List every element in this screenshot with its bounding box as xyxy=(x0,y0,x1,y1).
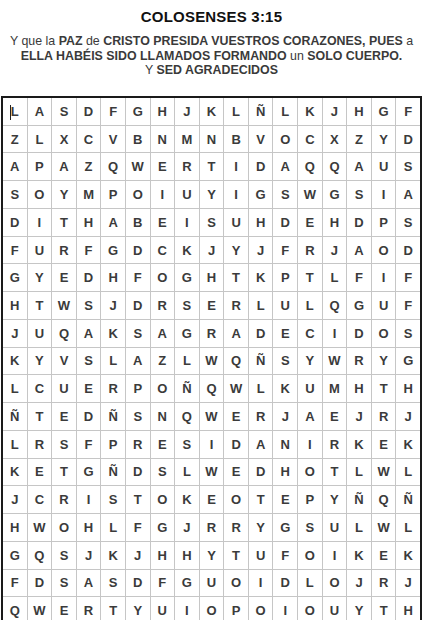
grid-cell-r6c1[interactable]: F xyxy=(3,237,27,264)
grid-cell-r19c6[interactable]: Y xyxy=(126,597,150,620)
grid-cell-r2c15[interactable]: Z xyxy=(347,126,371,153)
grid-cell-r9c16[interactable]: O xyxy=(372,320,396,347)
grid-cell-r5c5[interactable]: A xyxy=(101,209,125,236)
grid-cell-r17c13[interactable]: O xyxy=(298,542,322,569)
grid-cell-r19c3[interactable]: E xyxy=(52,597,76,620)
grid-cell-r5c10[interactable]: U xyxy=(224,209,248,236)
grid-cell-r11c1[interactable]: L xyxy=(3,375,27,402)
grid-cell-r19c15[interactable]: Y xyxy=(347,597,371,620)
grid-cell-r18c4[interactable]: A xyxy=(77,570,101,597)
grid-cell-r12c15[interactable]: J xyxy=(347,403,371,430)
grid-cell-r2c9[interactable]: N xyxy=(200,126,224,153)
grid-cell-r8c16[interactable]: U xyxy=(372,292,396,319)
grid-cell-r5c4[interactable]: H xyxy=(77,209,101,236)
grid-cell-r19c14[interactable]: U xyxy=(323,597,347,620)
grid-cell-r17c5[interactable]: K xyxy=(101,542,125,569)
grid-cell-r10c15[interactable]: R xyxy=(347,348,371,375)
grid-cell-r18c12[interactable]: D xyxy=(273,570,297,597)
grid-cell-r4c11[interactable]: G xyxy=(249,181,273,208)
grid-cell-r9c1[interactable]: J xyxy=(3,320,27,347)
grid-cell-r2c17[interactable]: D xyxy=(396,126,420,153)
grid-cell-r3c16[interactable]: U xyxy=(372,153,396,180)
grid-cell-r13c9[interactable]: I xyxy=(200,431,224,458)
grid-cell-r1c9[interactable]: K xyxy=(200,98,224,125)
grid-cell-r6c15[interactable]: A xyxy=(347,237,371,264)
grid-cell-r16c2[interactable]: W xyxy=(28,514,52,541)
grid-cell-r5c1[interactable]: D xyxy=(3,209,27,236)
grid-cell-r1c5[interactable]: F xyxy=(101,98,125,125)
grid-cell-r2c6[interactable]: B xyxy=(126,126,150,153)
grid-cell-r13c3[interactable]: S xyxy=(52,431,76,458)
grid-cell-r4c15[interactable]: S xyxy=(347,181,371,208)
grid-cell-r14c11[interactable]: D xyxy=(249,459,273,486)
grid-cell-r11c17[interactable]: H xyxy=(396,375,420,402)
grid-cell-r7c5[interactable]: H xyxy=(101,264,125,291)
grid-cell-r4c13[interactable]: W xyxy=(298,181,322,208)
grid-cell-r11c5[interactable]: R xyxy=(101,375,125,402)
grid-cell-r2c16[interactable]: Y xyxy=(372,126,396,153)
grid-cell-r14c14[interactable]: T xyxy=(323,459,347,486)
grid-cell-r9c5[interactable]: K xyxy=(101,320,125,347)
grid-cell-r3c11[interactable]: D xyxy=(249,153,273,180)
grid-cell-r17c17[interactable]: K xyxy=(396,542,420,569)
grid-cell-r4c2[interactable]: O xyxy=(28,181,52,208)
grid-cell-r2c7[interactable]: N xyxy=(151,126,175,153)
grid-cell-r4c8[interactable]: U xyxy=(175,181,199,208)
grid-cell-r15c14[interactable]: Y xyxy=(323,486,347,513)
grid-cell-r9c15[interactable]: D xyxy=(347,320,371,347)
grid-cell-r13c16[interactable]: E xyxy=(372,431,396,458)
grid-cell-r5c2[interactable]: I xyxy=(28,209,52,236)
grid-cell-r17c14[interactable]: I xyxy=(323,542,347,569)
grid-cell-r19c11[interactable]: O xyxy=(249,597,273,620)
grid-cell-r2c1[interactable]: Z xyxy=(3,126,27,153)
grid-cell-r1c11[interactable]: Ñ xyxy=(249,98,273,125)
grid-cell-r13c7[interactable]: E xyxy=(151,431,175,458)
grid-cell-r13c8[interactable]: S xyxy=(175,431,199,458)
grid-cell-r3c17[interactable]: S xyxy=(396,153,420,180)
grid-cell-r16c11[interactable]: Y xyxy=(249,514,273,541)
grid-cell-r3c13[interactable]: Q xyxy=(298,153,322,180)
grid-cell-r7c8[interactable]: G xyxy=(175,264,199,291)
grid-cell-r13c6[interactable]: R xyxy=(126,431,150,458)
grid-cell-r17c4[interactable]: J xyxy=(77,542,101,569)
grid-cell-r6c14[interactable]: J xyxy=(323,237,347,264)
grid-cell-r6c17[interactable]: D xyxy=(396,237,420,264)
grid-cell-r12c1[interactable]: Ñ xyxy=(3,403,27,430)
grid-cell-r6c4[interactable]: F xyxy=(77,237,101,264)
grid-cell-r7c13[interactable]: T xyxy=(298,264,322,291)
grid-cell-r1c1[interactable]: L xyxy=(3,98,27,125)
grid-cell-r11c3[interactable]: U xyxy=(52,375,76,402)
grid-cell-r18c16[interactable]: R xyxy=(372,570,396,597)
grid-cell-r15c6[interactable]: T xyxy=(126,486,150,513)
grid-cell-r12c17[interactable]: J xyxy=(396,403,420,430)
grid-cell-r2c12[interactable]: O xyxy=(273,126,297,153)
grid-cell-r7c2[interactable]: Y xyxy=(28,264,52,291)
grid-cell-r14c12[interactable]: H xyxy=(273,459,297,486)
grid-cell-r11c15[interactable]: H xyxy=(347,375,371,402)
grid-cell-r6c9[interactable]: J xyxy=(200,237,224,264)
grid-cell-r9c2[interactable]: U xyxy=(28,320,52,347)
grid-cell-r15c17[interactable]: Ñ xyxy=(396,486,420,513)
grid-cell-r7c14[interactable]: L xyxy=(323,264,347,291)
grid-cell-r17c15[interactable]: K xyxy=(347,542,371,569)
grid-cell-r15c5[interactable]: S xyxy=(101,486,125,513)
grid-cell-r15c4[interactable]: I xyxy=(77,486,101,513)
grid-cell-r19c17[interactable]: H xyxy=(396,597,420,620)
grid-cell-r3c1[interactable]: A xyxy=(3,153,27,180)
grid-cell-r10c7[interactable]: Z xyxy=(151,348,175,375)
grid-cell-r3c14[interactable]: Q xyxy=(323,153,347,180)
grid-cell-r1c12[interactable]: L xyxy=(273,98,297,125)
grid-cell-r3c5[interactable]: Q xyxy=(101,153,125,180)
grid-cell-r1c14[interactable]: J xyxy=(323,98,347,125)
grid-cell-r1c16[interactable]: G xyxy=(372,98,396,125)
grid-cell-r11c9[interactable]: Q xyxy=(200,375,224,402)
grid-cell-r19c13[interactable]: O xyxy=(298,597,322,620)
grid-cell-r2c3[interactable]: X xyxy=(52,126,76,153)
grid-cell-r19c9[interactable]: O xyxy=(200,597,224,620)
grid-cell-r16c7[interactable]: G xyxy=(151,514,175,541)
grid-cell-r14c10[interactable]: E xyxy=(224,459,248,486)
grid-cell-r5c16[interactable]: P xyxy=(372,209,396,236)
grid-cell-r16c1[interactable]: H xyxy=(3,514,27,541)
grid-cell-r7c17[interactable]: F xyxy=(396,264,420,291)
grid-cell-r12c2[interactable]: T xyxy=(28,403,52,430)
grid-cell-r16c10[interactable]: R xyxy=(224,514,248,541)
grid-cell-r19c8[interactable]: I xyxy=(175,597,199,620)
grid-cell-r11c2[interactable]: C xyxy=(28,375,52,402)
grid-cell-r4c17[interactable]: A xyxy=(396,181,420,208)
grid-cell-r13c2[interactable]: R xyxy=(28,431,52,458)
grid-cell-r16c6[interactable]: F xyxy=(126,514,150,541)
grid-cell-r15c9[interactable]: E xyxy=(200,486,224,513)
grid-cell-r2c2[interactable]: L xyxy=(28,126,52,153)
grid-cell-r17c10[interactable]: T xyxy=(224,542,248,569)
grid-cell-r7c1[interactable]: G xyxy=(3,264,27,291)
grid-cell-r7c15[interactable]: F xyxy=(347,264,371,291)
grid-cell-r13c13[interactable]: I xyxy=(298,431,322,458)
grid-cell-r5c7[interactable]: E xyxy=(151,209,175,236)
grid-cell-r1c7[interactable]: H xyxy=(151,98,175,125)
grid-cell-r3c3[interactable]: A xyxy=(52,153,76,180)
grid-cell-r13c15[interactable]: K xyxy=(347,431,371,458)
grid-cell-r7c4[interactable]: D xyxy=(77,264,101,291)
grid-cell-r18c3[interactable]: S xyxy=(52,570,76,597)
grid-cell-r4c12[interactable]: S xyxy=(273,181,297,208)
grid-cell-r3c4[interactable]: Z xyxy=(77,153,101,180)
grid-cell-r14c6[interactable]: D xyxy=(126,459,150,486)
grid-cell-r11c14[interactable]: M xyxy=(323,375,347,402)
grid-cell-r6c5[interactable]: G xyxy=(101,237,125,264)
grid-cell-r18c2[interactable]: D xyxy=(28,570,52,597)
grid-cell-r4c16[interactable]: I xyxy=(372,181,396,208)
grid-cell-r7c6[interactable]: F xyxy=(126,264,150,291)
grid-cell-r14c16[interactable]: W xyxy=(372,459,396,486)
grid-cell-r1c13[interactable]: K xyxy=(298,98,322,125)
grid-cell-r19c10[interactable]: P xyxy=(224,597,248,620)
grid-cell-r9c10[interactable]: A xyxy=(224,320,248,347)
grid-cell-r6c2[interactable]: U xyxy=(28,237,52,264)
grid-cell-r2c10[interactable]: B xyxy=(224,126,248,153)
grid-cell-r18c8[interactable]: G xyxy=(175,570,199,597)
grid-cell-r15c10[interactable]: O xyxy=(224,486,248,513)
grid-cell-r2c4[interactable]: C xyxy=(77,126,101,153)
grid-cell-r6c3[interactable]: R xyxy=(52,237,76,264)
grid-cell-r6c8[interactable]: K xyxy=(175,237,199,264)
grid-cell-r12c16[interactable]: R xyxy=(372,403,396,430)
grid-cell-r10c4[interactable]: S xyxy=(77,348,101,375)
grid-cell-r16c4[interactable]: H xyxy=(77,514,101,541)
grid-cell-r17c2[interactable]: Q xyxy=(28,542,52,569)
grid-cell-r8c12[interactable]: U xyxy=(273,292,297,319)
grid-cell-r9c3[interactable]: Q xyxy=(52,320,76,347)
grid-cell-r15c16[interactable]: Q xyxy=(372,486,396,513)
grid-cell-r3c8[interactable]: R xyxy=(175,153,199,180)
grid-cell-r16c12[interactable]: G xyxy=(273,514,297,541)
grid-cell-r8c6[interactable]: D xyxy=(126,292,150,319)
grid-cell-r5c8[interactable]: I xyxy=(175,209,199,236)
grid-cell-r16c3[interactable]: O xyxy=(52,514,76,541)
grid-cell-r14c3[interactable]: T xyxy=(52,459,76,486)
grid-cell-r18c14[interactable]: O xyxy=(323,570,347,597)
grid-cell-r15c7[interactable]: O xyxy=(151,486,175,513)
grid-cell-r13c12[interactable]: N xyxy=(273,431,297,458)
grid-cell-r11c7[interactable]: O xyxy=(151,375,175,402)
grid-cell-r17c1[interactable]: G xyxy=(3,542,27,569)
grid-cell-r10c12[interactable]: S xyxy=(273,348,297,375)
grid-cell-r16c9[interactable]: R xyxy=(200,514,224,541)
grid-cell-r15c8[interactable]: K xyxy=(175,486,199,513)
grid-cell-r1c10[interactable]: L xyxy=(224,98,248,125)
grid-cell-r8c1[interactable]: H xyxy=(3,292,27,319)
grid-cell-r16c14[interactable]: U xyxy=(323,514,347,541)
grid-cell-r8c4[interactable]: S xyxy=(77,292,101,319)
grid-cell-r7c7[interactable]: O xyxy=(151,264,175,291)
grid-cell-r10c17[interactable]: G xyxy=(396,348,420,375)
grid-cell-r16c8[interactable]: J xyxy=(175,514,199,541)
grid-cell-r3c10[interactable]: I xyxy=(224,153,248,180)
grid-cell-r17c3[interactable]: S xyxy=(52,542,76,569)
grid-cell-r18c1[interactable]: F xyxy=(3,570,27,597)
grid-cell-r8c2[interactable]: T xyxy=(28,292,52,319)
grid-cell-r8c3[interactable]: W xyxy=(52,292,76,319)
grid-cell-r1c3[interactable]: S xyxy=(52,98,76,125)
grid-cell-r2c8[interactable]: M xyxy=(175,126,199,153)
grid-cell-r3c7[interactable]: E xyxy=(151,153,175,180)
grid-cell-r5c12[interactable]: D xyxy=(273,209,297,236)
grid-cell-r13c11[interactable]: A xyxy=(249,431,273,458)
grid-cell-r15c15[interactable]: Ñ xyxy=(347,486,371,513)
grid-cell-r18c15[interactable]: J xyxy=(347,570,371,597)
grid-cell-r4c1[interactable]: S xyxy=(3,181,27,208)
grid-cell-r10c6[interactable]: A xyxy=(126,348,150,375)
grid-cell-r19c7[interactable]: U xyxy=(151,597,175,620)
grid-cell-r5c15[interactable]: D xyxy=(347,209,371,236)
grid-cell-r8c11[interactable]: L xyxy=(249,292,273,319)
grid-cell-r12c3[interactable]: E xyxy=(52,403,76,430)
grid-cell-r15c2[interactable]: C xyxy=(28,486,52,513)
grid-cell-r4c3[interactable]: Y xyxy=(52,181,76,208)
grid-cell-r9c13[interactable]: C xyxy=(298,320,322,347)
grid-cell-r2c13[interactable]: C xyxy=(298,126,322,153)
grid-cell-r9c17[interactable]: S xyxy=(396,320,420,347)
grid-cell-r13c10[interactable]: D xyxy=(224,431,248,458)
grid-cell-r12c10[interactable]: E xyxy=(224,403,248,430)
grid-cell-r19c2[interactable]: W xyxy=(28,597,52,620)
grid-cell-r19c12[interactable]: I xyxy=(273,597,297,620)
grid-cell-r14c15[interactable]: L xyxy=(347,459,371,486)
grid-cell-r6c12[interactable]: F xyxy=(273,237,297,264)
grid-cell-r18c5[interactable]: S xyxy=(101,570,125,597)
grid-cell-r9c6[interactable]: S xyxy=(126,320,150,347)
grid-cell-r4c6[interactable]: O xyxy=(126,181,150,208)
grid-cell-r3c6[interactable]: W xyxy=(126,153,150,180)
grid-cell-r9c11[interactable]: D xyxy=(249,320,273,347)
grid-cell-r5c17[interactable]: S xyxy=(396,209,420,236)
grid-cell-r1c8[interactable]: J xyxy=(175,98,199,125)
grid-cell-r7c12[interactable]: P xyxy=(273,264,297,291)
grid-cell-r14c7[interactable]: S xyxy=(151,459,175,486)
grid-cell-r7c11[interactable]: K xyxy=(249,264,273,291)
grid-cell-r10c3[interactable]: V xyxy=(52,348,76,375)
grid-cell-r6c7[interactable]: C xyxy=(151,237,175,264)
grid-cell-r4c10[interactable]: I xyxy=(224,181,248,208)
grid-cell-r10c13[interactable]: Y xyxy=(298,348,322,375)
grid-cell-r17c12[interactable]: F xyxy=(273,542,297,569)
grid-cell-r17c7[interactable]: H xyxy=(151,542,175,569)
grid-cell-r8c10[interactable]: R xyxy=(224,292,248,319)
grid-cell-r19c16[interactable]: T xyxy=(372,597,396,620)
grid-cell-r9c7[interactable]: A xyxy=(151,320,175,347)
grid-cell-r17c8[interactable]: H xyxy=(175,542,199,569)
grid-cell-r14c1[interactable]: K xyxy=(3,459,27,486)
grid-cell-r1c2[interactable]: A xyxy=(28,98,52,125)
grid-cell-r4c5[interactable]: P xyxy=(101,181,125,208)
grid-cell-r8c13[interactable]: L xyxy=(298,292,322,319)
grid-cell-r11c12[interactable]: K xyxy=(273,375,297,402)
grid-cell-r15c3[interactable]: R xyxy=(52,486,76,513)
grid-cell-r13c14[interactable]: R xyxy=(323,431,347,458)
grid-cell-r14c17[interactable]: L xyxy=(396,459,420,486)
grid-cell-r5c9[interactable]: S xyxy=(200,209,224,236)
grid-cell-r12c6[interactable]: S xyxy=(126,403,150,430)
grid-cell-r11c6[interactable]: P xyxy=(126,375,150,402)
grid-cell-r8c14[interactable]: Q xyxy=(323,292,347,319)
grid-cell-r13c17[interactable]: K xyxy=(396,431,420,458)
grid-cell-r10c10[interactable]: Q xyxy=(224,348,248,375)
grid-cell-r2c14[interactable]: X xyxy=(323,126,347,153)
grid-cell-r2c11[interactable]: V xyxy=(249,126,273,153)
grid-cell-r12c5[interactable]: Ñ xyxy=(101,403,125,430)
grid-cell-r7c10[interactable]: T xyxy=(224,264,248,291)
grid-cell-r12c8[interactable]: Q xyxy=(175,403,199,430)
grid-cell-r8c17[interactable]: F xyxy=(396,292,420,319)
grid-cell-r10c5[interactable]: L xyxy=(101,348,125,375)
grid-cell-r18c13[interactable]: L xyxy=(298,570,322,597)
grid-cell-r2c5[interactable]: V xyxy=(101,126,125,153)
grid-cell-r14c2[interactable]: E xyxy=(28,459,52,486)
grid-cell-r9c4[interactable]: A xyxy=(77,320,101,347)
grid-cell-r5c14[interactable]: H xyxy=(323,209,347,236)
grid-cell-r18c10[interactable]: O xyxy=(224,570,248,597)
grid-cell-r3c15[interactable]: A xyxy=(347,153,371,180)
grid-cell-r8c7[interactable]: R xyxy=(151,292,175,319)
grid-cell-r15c12[interactable]: E xyxy=(273,486,297,513)
grid-cell-r10c1[interactable]: K xyxy=(3,348,27,375)
grid-cell-r18c11[interactable]: I xyxy=(249,570,273,597)
grid-cell-r3c12[interactable]: A xyxy=(273,153,297,180)
grid-cell-r3c9[interactable]: T xyxy=(200,153,224,180)
grid-cell-r16c15[interactable]: L xyxy=(347,514,371,541)
grid-cell-r16c5[interactable]: L xyxy=(101,514,125,541)
grid-cell-r12c14[interactable]: E xyxy=(323,403,347,430)
grid-cell-r12c4[interactable]: D xyxy=(77,403,101,430)
grid-cell-r11c4[interactable]: E xyxy=(77,375,101,402)
grid-cell-r11c11[interactable]: L xyxy=(249,375,273,402)
grid-cell-r5c6[interactable]: B xyxy=(126,209,150,236)
grid-cell-r12c12[interactable]: J xyxy=(273,403,297,430)
grid-cell-r16c17[interactable]: L xyxy=(396,514,420,541)
grid-cell-r16c16[interactable]: W xyxy=(372,514,396,541)
grid-cell-r11c8[interactable]: Ñ xyxy=(175,375,199,402)
grid-cell-r5c11[interactable]: H xyxy=(249,209,273,236)
grid-cell-r17c11[interactable]: U xyxy=(249,542,273,569)
grid-cell-r11c16[interactable]: T xyxy=(372,375,396,402)
grid-cell-r11c13[interactable]: U xyxy=(298,375,322,402)
grid-cell-r8c5[interactable]: J xyxy=(101,292,125,319)
grid-cell-r10c14[interactable]: W xyxy=(323,348,347,375)
grid-cell-r4c9[interactable]: Y xyxy=(200,181,224,208)
grid-cell-r3c2[interactable]: P xyxy=(28,153,52,180)
grid-cell-r9c14[interactable]: I xyxy=(323,320,347,347)
grid-cell-r12c11[interactable]: R xyxy=(249,403,273,430)
grid-cell-r7c9[interactable]: H xyxy=(200,264,224,291)
grid-cell-r8c9[interactable]: E xyxy=(200,292,224,319)
grid-cell-r17c16[interactable]: E xyxy=(372,542,396,569)
grid-cell-r5c13[interactable]: E xyxy=(298,209,322,236)
grid-cell-r4c7[interactable]: I xyxy=(151,181,175,208)
grid-cell-r11c10[interactable]: W xyxy=(224,375,248,402)
grid-cell-r12c13[interactable]: A xyxy=(298,403,322,430)
grid-cell-r19c1[interactable]: Q xyxy=(3,597,27,620)
grid-cell-r4c4[interactable]: M xyxy=(77,181,101,208)
grid-cell-r14c13[interactable]: O xyxy=(298,459,322,486)
grid-cell-r14c9[interactable]: W xyxy=(200,459,224,486)
grid-cell-r13c4[interactable]: F xyxy=(77,431,101,458)
grid-cell-r6c10[interactable]: Y xyxy=(224,237,248,264)
grid-cell-r8c8[interactable]: S xyxy=(175,292,199,319)
grid-cell-r4c14[interactable]: G xyxy=(323,181,347,208)
grid-cell-r10c9[interactable]: W xyxy=(200,348,224,375)
grid-cell-r1c15[interactable]: H xyxy=(347,98,371,125)
grid-cell-r9c12[interactable]: E xyxy=(273,320,297,347)
grid-cell-r13c1[interactable]: L xyxy=(3,431,27,458)
grid-cell-r16c13[interactable]: S xyxy=(298,514,322,541)
grid-cell-r9c8[interactable]: G xyxy=(175,320,199,347)
grid-cell-r10c8[interactable]: L xyxy=(175,348,199,375)
grid-cell-r15c1[interactable]: J xyxy=(3,486,27,513)
grid-cell-r15c13[interactable]: P xyxy=(298,486,322,513)
grid-cell-r1c17[interactable]: F xyxy=(396,98,420,125)
grid-cell-r8c15[interactable]: G xyxy=(347,292,371,319)
grid-cell-r10c11[interactable]: Ñ xyxy=(249,348,273,375)
grid-cell-r12c7[interactable]: N xyxy=(151,403,175,430)
grid-cell-r18c17[interactable]: J xyxy=(396,570,420,597)
grid-cell-r6c16[interactable]: O xyxy=(372,237,396,264)
grid-cell-r15c11[interactable]: T xyxy=(249,486,273,513)
